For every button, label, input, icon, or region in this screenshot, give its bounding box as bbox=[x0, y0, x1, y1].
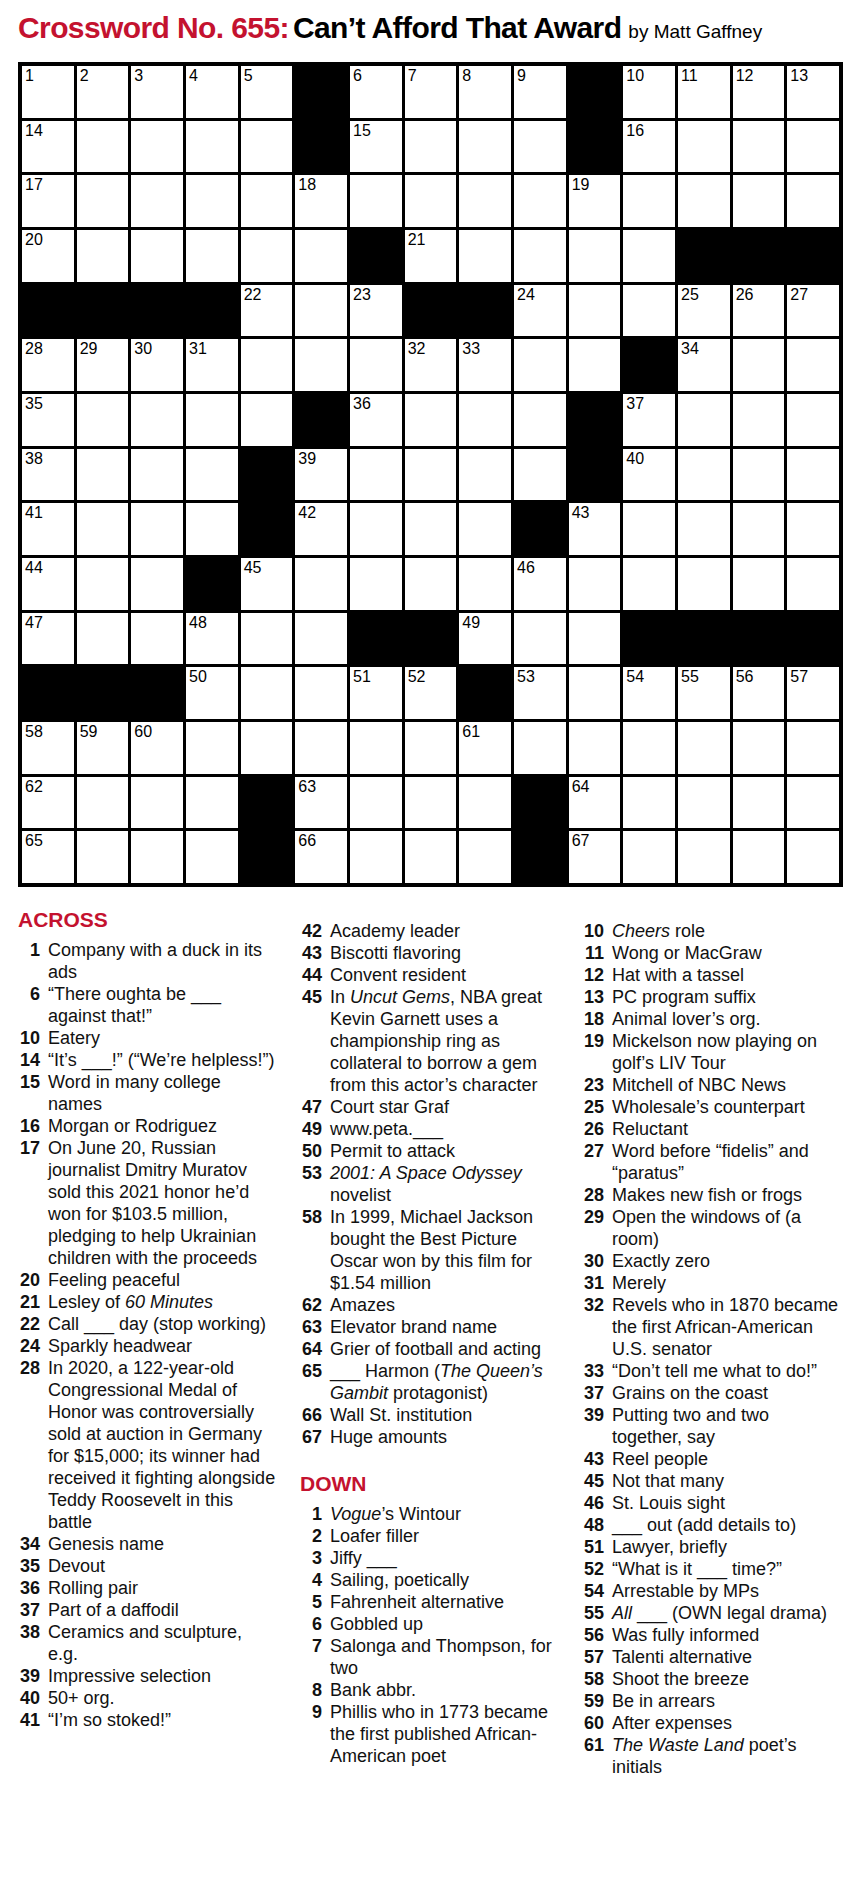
grid-cell[interactable] bbox=[787, 777, 839, 829]
grid-cell[interactable] bbox=[623, 285, 675, 337]
grid-cell[interactable] bbox=[350, 503, 402, 555]
black-cell bbox=[514, 503, 566, 555]
grid-cell[interactable] bbox=[514, 230, 566, 282]
grid-cell[interactable] bbox=[787, 339, 839, 391]
grid-cell[interactable] bbox=[186, 394, 238, 446]
grid-cell[interactable] bbox=[733, 777, 785, 829]
cell-number: 35 bbox=[25, 395, 43, 413]
cell-number: 48 bbox=[189, 614, 207, 632]
clue-text: www.peta.___ bbox=[330, 1118, 558, 1140]
clue-text: 2001: A Space Odyssey novelist bbox=[330, 1162, 558, 1206]
clue-text: Part of a daffodil bbox=[48, 1599, 276, 1621]
across-clue-15: 15Word in many college names bbox=[18, 1071, 276, 1115]
grid-cell[interactable]: 9 bbox=[514, 66, 566, 118]
grid-cell[interactable] bbox=[623, 722, 675, 774]
grid-cell[interactable] bbox=[569, 558, 621, 610]
grid-cell[interactable] bbox=[241, 667, 293, 719]
grid-cell[interactable]: 39 bbox=[295, 449, 347, 501]
grid-cell[interactable]: 6 bbox=[350, 66, 402, 118]
across-clue-10: 10Eatery bbox=[18, 1027, 276, 1049]
cell-number: 29 bbox=[80, 340, 98, 358]
black-cell bbox=[241, 831, 293, 883]
grid-cell[interactable]: 62 bbox=[22, 777, 74, 829]
across-clue-35: 35Devout bbox=[18, 1555, 276, 1577]
clue-number: 6 bbox=[18, 983, 48, 1027]
across-clue-42: 42Academy leader bbox=[300, 920, 558, 942]
grid-cell[interactable]: 22 bbox=[241, 285, 293, 337]
grid-cell[interactable] bbox=[623, 175, 675, 227]
grid-cell[interactable] bbox=[733, 175, 785, 227]
black-cell bbox=[22, 285, 74, 337]
grid-cell[interactable] bbox=[623, 230, 675, 282]
grid-cell[interactable] bbox=[678, 558, 730, 610]
clue-text: Lesley of 60 Minutes bbox=[48, 1291, 276, 1313]
grid-cell[interactable]: 11 bbox=[678, 66, 730, 118]
grid-cell[interactable] bbox=[733, 558, 785, 610]
grid-cell[interactable] bbox=[186, 121, 238, 173]
grid-cell[interactable]: 12 bbox=[733, 66, 785, 118]
grid-cell[interactable] bbox=[295, 339, 347, 391]
clue-text: 50+ org. bbox=[48, 1687, 276, 1709]
grid-cell[interactable] bbox=[186, 230, 238, 282]
clue-number: 57 bbox=[582, 1646, 612, 1668]
clue-number: 41 bbox=[18, 1709, 48, 1731]
down-clue-27: 27Word before “fidelis” and “paratus” bbox=[582, 1140, 840, 1184]
grid-cell[interactable] bbox=[405, 831, 457, 883]
grid-cell[interactable]: 14 bbox=[22, 121, 74, 173]
grid-cell[interactable]: 7 bbox=[405, 66, 457, 118]
grid-cell[interactable]: 26 bbox=[733, 285, 785, 337]
grid-cell[interactable] bbox=[459, 831, 511, 883]
cell-number: 8 bbox=[462, 67, 471, 85]
grid-cell[interactable] bbox=[131, 503, 183, 555]
grid-cell[interactable] bbox=[295, 558, 347, 610]
grid-cell[interactable]: 16 bbox=[623, 121, 675, 173]
grid-cell[interactable] bbox=[787, 394, 839, 446]
black-cell bbox=[733, 230, 785, 282]
clue-number: 5 bbox=[300, 1591, 330, 1613]
black-cell bbox=[350, 613, 402, 665]
grid-cell[interactable] bbox=[569, 339, 621, 391]
grid-cell[interactable] bbox=[295, 285, 347, 337]
grid-cell[interactable]: 35 bbox=[22, 394, 74, 446]
cell-number: 42 bbox=[298, 504, 316, 522]
grid-cell[interactable] bbox=[405, 777, 457, 829]
black-cell bbox=[77, 285, 129, 337]
clue-number: 40 bbox=[18, 1687, 48, 1709]
down-clue-60: 60After expenses bbox=[582, 1712, 840, 1734]
grid-cell[interactable]: 57 bbox=[787, 667, 839, 719]
down-clue-30: 30Exactly zero bbox=[582, 1250, 840, 1272]
cell-number: 22 bbox=[244, 286, 262, 304]
grid-cell[interactable] bbox=[459, 121, 511, 173]
across-clue-50: 50Permit to attack bbox=[300, 1140, 558, 1162]
grid-cell[interactable] bbox=[241, 175, 293, 227]
clue-number: 29 bbox=[582, 1206, 612, 1250]
grid-cell[interactable]: 55 bbox=[678, 667, 730, 719]
down-clue-32: 32Revels who in 1870 became the first Af… bbox=[582, 1294, 840, 1360]
grid-cell[interactable] bbox=[405, 558, 457, 610]
grid-cell[interactable] bbox=[569, 230, 621, 282]
down-clue-26: 26Reluctant bbox=[582, 1118, 840, 1140]
grid-cell[interactable] bbox=[77, 503, 129, 555]
grid-cell[interactable] bbox=[678, 449, 730, 501]
grid-cell[interactable] bbox=[77, 394, 129, 446]
grid-cell[interactable] bbox=[241, 339, 293, 391]
grid-cell[interactable] bbox=[241, 230, 293, 282]
grid-cell[interactable]: 45 bbox=[241, 558, 293, 610]
down-clue-28: 28Makes new fish or frogs bbox=[582, 1184, 840, 1206]
grid-cell[interactable]: 28 bbox=[22, 339, 74, 391]
clue-number: 11 bbox=[582, 942, 612, 964]
grid-cell[interactable]: 8 bbox=[459, 66, 511, 118]
grid-cell[interactable] bbox=[77, 449, 129, 501]
grid-cell[interactable] bbox=[787, 175, 839, 227]
grid-cell[interactable] bbox=[131, 831, 183, 883]
grid-cell[interactable] bbox=[459, 175, 511, 227]
grid-cell[interactable] bbox=[295, 722, 347, 774]
cell-number: 37 bbox=[626, 395, 644, 413]
grid-cell[interactable] bbox=[514, 339, 566, 391]
grid-cell[interactable] bbox=[678, 503, 730, 555]
grid-cell[interactable] bbox=[678, 777, 730, 829]
clue-number: 53 bbox=[300, 1162, 330, 1206]
grid-cell[interactable]: 67 bbox=[569, 831, 621, 883]
clue-text: Loafer filler bbox=[330, 1525, 558, 1547]
grid-cell[interactable] bbox=[241, 722, 293, 774]
down-clue-25: 25Wholesale’s counterpart bbox=[582, 1096, 840, 1118]
grid-cell[interactable]: 19 bbox=[569, 175, 621, 227]
grid-cell[interactable]: 49 bbox=[459, 613, 511, 665]
grid-cell[interactable] bbox=[186, 777, 238, 829]
cell-number: 13 bbox=[790, 67, 808, 85]
grid-cell[interactable]: 5 bbox=[241, 66, 293, 118]
grid-cell[interactable]: 46 bbox=[514, 558, 566, 610]
grid-cell[interactable] bbox=[569, 613, 621, 665]
clue-number: 58 bbox=[300, 1206, 330, 1294]
clue-text: Phillis who in 1773 became the first pub… bbox=[330, 1701, 558, 1767]
grid-cell[interactable]: 53 bbox=[514, 667, 566, 719]
down-clue-23: 23Mitchell of NBC News bbox=[582, 1074, 840, 1096]
black-cell bbox=[569, 394, 621, 446]
down-clue-6: 6Gobbled up bbox=[300, 1613, 558, 1635]
clue-section: ACROSS1Company with a duck in its ads6“T… bbox=[18, 908, 840, 1778]
clue-text: Rolling pair bbox=[48, 1577, 276, 1599]
grid-cell[interactable] bbox=[787, 558, 839, 610]
grid-cell[interactable] bbox=[678, 394, 730, 446]
grid-cell[interactable] bbox=[186, 831, 238, 883]
grid-cell[interactable] bbox=[678, 831, 730, 883]
across-clue-67: 67Huge amounts bbox=[300, 1426, 558, 1448]
grid-cell[interactable] bbox=[186, 175, 238, 227]
grid-cell[interactable]: 25 bbox=[678, 285, 730, 337]
down-clue-51: 51Lawyer, briefly bbox=[582, 1536, 840, 1558]
grid-cell[interactable] bbox=[405, 175, 457, 227]
grid-cell[interactable] bbox=[733, 722, 785, 774]
grid-cell[interactable] bbox=[623, 558, 675, 610]
grid-cell[interactable]: 48 bbox=[186, 613, 238, 665]
across-clue-40: 4050+ org. bbox=[18, 1687, 276, 1709]
grid-cell[interactable] bbox=[350, 339, 402, 391]
across-clue-21: 21Lesley of 60 Minutes bbox=[18, 1291, 276, 1313]
grid-cell[interactable]: 66 bbox=[295, 831, 347, 883]
grid-cell[interactable] bbox=[733, 339, 785, 391]
grid-cell[interactable] bbox=[459, 230, 511, 282]
grid-cell[interactable] bbox=[241, 394, 293, 446]
clue-number: 28 bbox=[582, 1184, 612, 1206]
grid-cell[interactable]: 3 bbox=[131, 66, 183, 118]
clue-number: 55 bbox=[582, 1602, 612, 1624]
grid-cell[interactable] bbox=[787, 503, 839, 555]
grid-cell[interactable] bbox=[733, 831, 785, 883]
grid-cell[interactable] bbox=[787, 831, 839, 883]
grid-cell[interactable]: 13 bbox=[787, 66, 839, 118]
down-heading: DOWN bbox=[300, 1472, 558, 1496]
grid-cell[interactable] bbox=[459, 394, 511, 446]
grid-cell[interactable] bbox=[459, 777, 511, 829]
grid-cell[interactable] bbox=[131, 777, 183, 829]
across-clue-17: 17On June 20, Russian journalist Dmitry … bbox=[18, 1137, 276, 1269]
clue-number: 17 bbox=[18, 1137, 48, 1269]
grid-cell[interactable] bbox=[678, 121, 730, 173]
grid-cell[interactable] bbox=[405, 722, 457, 774]
grid-cell[interactable]: 4 bbox=[186, 66, 238, 118]
clue-number: 24 bbox=[18, 1335, 48, 1357]
grid-cell[interactable] bbox=[131, 121, 183, 173]
grid-cell[interactable]: 52 bbox=[405, 667, 457, 719]
grid-cell[interactable] bbox=[186, 449, 238, 501]
grid-cell[interactable] bbox=[569, 285, 621, 337]
clue-number: 2 bbox=[300, 1525, 330, 1547]
clue-text: Grier of football and acting bbox=[330, 1338, 558, 1360]
across-clue-36: 36Rolling pair bbox=[18, 1577, 276, 1599]
clue-text: Ceramics and sculpture, e.g. bbox=[48, 1621, 276, 1665]
clue-text: “It’s ___!” (“We’re helpless!”) bbox=[48, 1049, 276, 1071]
clue-column-2: 42Academy leader43Biscotti flavoring44Co… bbox=[300, 908, 558, 1778]
grid-cell[interactable] bbox=[131, 230, 183, 282]
grid-cell[interactable] bbox=[77, 175, 129, 227]
black-cell bbox=[405, 285, 457, 337]
clue-text: Sailing, poetically bbox=[330, 1569, 558, 1591]
grid-cell[interactable] bbox=[405, 121, 457, 173]
cell-number: 11 bbox=[681, 67, 698, 85]
clue-number: 9 bbox=[300, 1701, 330, 1767]
grid-cell[interactable] bbox=[405, 394, 457, 446]
grid-cell[interactable] bbox=[514, 175, 566, 227]
grid-cell[interactable] bbox=[295, 667, 347, 719]
cell-number: 49 bbox=[462, 614, 480, 632]
grid-cell[interactable]: 40 bbox=[623, 449, 675, 501]
grid-cell[interactable] bbox=[733, 394, 785, 446]
clue-text: Company with a duck in its ads bbox=[48, 939, 276, 983]
clue-number: 6 bbox=[300, 1613, 330, 1635]
clue-number: 48 bbox=[582, 1514, 612, 1536]
clue-number: 65 bbox=[300, 1360, 330, 1404]
clue-text: Be in arrears bbox=[612, 1690, 840, 1712]
grid-cell[interactable]: 56 bbox=[733, 667, 785, 719]
clue-number: 23 bbox=[582, 1074, 612, 1096]
clue-column-1: ACROSS1Company with a duck in its ads6“T… bbox=[18, 908, 276, 1778]
grid-cell[interactable]: 54 bbox=[623, 667, 675, 719]
black-cell bbox=[295, 394, 347, 446]
grid-cell[interactable]: 51 bbox=[350, 667, 402, 719]
grid-cell[interactable] bbox=[569, 667, 621, 719]
grid-cell[interactable]: 60 bbox=[131, 722, 183, 774]
grid-cell[interactable] bbox=[405, 449, 457, 501]
black-cell bbox=[678, 230, 730, 282]
grid-cell[interactable] bbox=[623, 503, 675, 555]
grid-cell[interactable] bbox=[678, 175, 730, 227]
across-clue-66: 66Wall St. institution bbox=[300, 1404, 558, 1426]
cell-number: 4 bbox=[189, 67, 198, 85]
grid-cell[interactable]: 17 bbox=[22, 175, 74, 227]
grid-cell[interactable] bbox=[514, 449, 566, 501]
grid-cell[interactable] bbox=[77, 230, 129, 282]
grid-cell[interactable] bbox=[186, 722, 238, 774]
grid-cell[interactable] bbox=[459, 503, 511, 555]
grid-cell[interactable] bbox=[131, 394, 183, 446]
grid-cell[interactable] bbox=[733, 121, 785, 173]
grid-cell[interactable]: 42 bbox=[295, 503, 347, 555]
grid-cell[interactable]: 61 bbox=[459, 722, 511, 774]
cell-number: 38 bbox=[25, 450, 43, 468]
grid-cell[interactable] bbox=[77, 121, 129, 173]
clue-number: 10 bbox=[582, 920, 612, 942]
grid-cell[interactable]: 27 bbox=[787, 285, 839, 337]
grid-cell[interactable]: 44 bbox=[22, 558, 74, 610]
cell-number: 34 bbox=[681, 340, 699, 358]
grid-cell[interactable] bbox=[733, 503, 785, 555]
cell-number: 33 bbox=[462, 340, 480, 358]
grid-cell[interactable] bbox=[350, 175, 402, 227]
clue-text: “What is it ___ time?” bbox=[612, 1558, 840, 1580]
grid-cell[interactable] bbox=[241, 121, 293, 173]
grid-cell[interactable] bbox=[131, 175, 183, 227]
grid-cell[interactable] bbox=[569, 722, 621, 774]
grid-cell[interactable] bbox=[787, 722, 839, 774]
grid-cell[interactable]: 15 bbox=[350, 121, 402, 173]
grid-cell[interactable]: 32 bbox=[405, 339, 457, 391]
grid-cell[interactable]: 64 bbox=[569, 777, 621, 829]
grid-cell[interactable]: 18 bbox=[295, 175, 347, 227]
grid-cell[interactable] bbox=[350, 777, 402, 829]
clue-number: 66 bbox=[300, 1404, 330, 1426]
cell-number: 54 bbox=[626, 668, 644, 686]
grid-cell[interactable]: 23 bbox=[350, 285, 402, 337]
grid-cell[interactable] bbox=[77, 613, 129, 665]
grid-cell[interactable]: 20 bbox=[22, 230, 74, 282]
across-heading: ACROSS bbox=[18, 908, 276, 932]
grid-cell[interactable] bbox=[514, 613, 566, 665]
grid-cell[interactable]: 38 bbox=[22, 449, 74, 501]
grid-cell[interactable] bbox=[350, 558, 402, 610]
clue-number: 47 bbox=[300, 1096, 330, 1118]
grid-cell[interactable]: 24 bbox=[514, 285, 566, 337]
grid-cell[interactable] bbox=[77, 558, 129, 610]
grid-cell[interactable]: 41 bbox=[22, 503, 74, 555]
grid-cell[interactable] bbox=[131, 558, 183, 610]
grid-cell[interactable] bbox=[295, 230, 347, 282]
grid-cell[interactable]: 30 bbox=[131, 339, 183, 391]
clue-text: In Uncut Gems, NBA great Kevin Garnett u… bbox=[330, 986, 558, 1096]
clue-text: Word in many college names bbox=[48, 1071, 276, 1115]
grid-cell[interactable] bbox=[787, 121, 839, 173]
grid-cell[interactable]: 65 bbox=[22, 831, 74, 883]
across-clue-53: 532001: A Space Odyssey novelist bbox=[300, 1162, 558, 1206]
grid-cell[interactable] bbox=[733, 449, 785, 501]
grid-cell[interactable]: 31 bbox=[186, 339, 238, 391]
grid-cell[interactable]: 33 bbox=[459, 339, 511, 391]
grid-cell[interactable] bbox=[350, 831, 402, 883]
clue-text: Word before “fidelis” and “paratus” bbox=[612, 1140, 840, 1184]
across-clue-34: 34Genesis name bbox=[18, 1533, 276, 1555]
grid-cell[interactable] bbox=[405, 503, 457, 555]
grid-cell[interactable]: 21 bbox=[405, 230, 457, 282]
down-clue-18: 18Animal lover’s org. bbox=[582, 1008, 840, 1030]
black-cell bbox=[295, 121, 347, 173]
grid-cell[interactable] bbox=[77, 831, 129, 883]
clue-text: Amazes bbox=[330, 1294, 558, 1316]
across-clue-65: 65___ Harmon (The Queen’s Gambit protago… bbox=[300, 1360, 558, 1404]
down-clue-13: 13PC program suffix bbox=[582, 986, 840, 1008]
grid-cell[interactable] bbox=[623, 831, 675, 883]
grid-cell[interactable]: 1 bbox=[22, 66, 74, 118]
grid-cell[interactable] bbox=[241, 613, 293, 665]
grid-cell[interactable]: 37 bbox=[623, 394, 675, 446]
grid-cell[interactable] bbox=[131, 449, 183, 501]
grid-cell[interactable]: 43 bbox=[569, 503, 621, 555]
down-clue-43: 43Reel people bbox=[582, 1448, 840, 1470]
grid-cell[interactable] bbox=[295, 613, 347, 665]
clue-number: 8 bbox=[300, 1679, 330, 1701]
grid-cell[interactable]: 50 bbox=[186, 667, 238, 719]
clue-text: After expenses bbox=[612, 1712, 840, 1734]
grid-cell[interactable] bbox=[678, 722, 730, 774]
grid-cell[interactable]: 47 bbox=[22, 613, 74, 665]
down-clue-58: 58Shoot the breeze bbox=[582, 1668, 840, 1690]
clue-text: Call ___ day (stop working) bbox=[48, 1313, 276, 1335]
grid-cell[interactable] bbox=[623, 777, 675, 829]
clue-text: Animal lover’s org. bbox=[612, 1008, 840, 1030]
black-cell bbox=[569, 66, 621, 118]
grid-cell[interactable]: 2 bbox=[77, 66, 129, 118]
grid-cell[interactable]: 58 bbox=[22, 722, 74, 774]
grid-cell[interactable] bbox=[77, 777, 129, 829]
grid-cell[interactable]: 10 bbox=[623, 66, 675, 118]
down-clue-5: 5Fahrenheit alternative bbox=[300, 1591, 558, 1613]
grid-cell[interactable] bbox=[459, 558, 511, 610]
grid-cell[interactable]: 36 bbox=[350, 394, 402, 446]
grid-cell[interactable] bbox=[514, 121, 566, 173]
grid-cell[interactable]: 59 bbox=[77, 722, 129, 774]
grid-cell[interactable] bbox=[350, 722, 402, 774]
grid-cell[interactable] bbox=[350, 449, 402, 501]
grid-cell[interactable]: 29 bbox=[77, 339, 129, 391]
black-cell bbox=[514, 777, 566, 829]
grid-cell[interactable] bbox=[459, 449, 511, 501]
grid-cell[interactable] bbox=[131, 613, 183, 665]
grid-cell[interactable] bbox=[787, 449, 839, 501]
across-clue-39: 39Impressive selection bbox=[18, 1665, 276, 1687]
clue-text: Makes new fish or frogs bbox=[612, 1184, 840, 1206]
grid-cell[interactable] bbox=[514, 722, 566, 774]
black-cell bbox=[241, 449, 293, 501]
grid-cell[interactable] bbox=[514, 394, 566, 446]
grid-cell[interactable] bbox=[186, 503, 238, 555]
across-clue-64: 64Grier of football and acting bbox=[300, 1338, 558, 1360]
grid-cell[interactable]: 63 bbox=[295, 777, 347, 829]
grid-cell[interactable]: 34 bbox=[678, 339, 730, 391]
